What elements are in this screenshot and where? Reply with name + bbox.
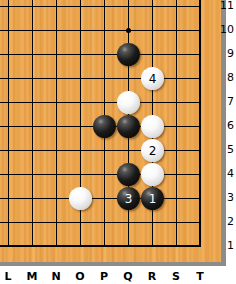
row-label-10: 10 [220, 23, 234, 37]
white-stone-r8: 4 [141, 67, 164, 90]
stone-move-number: 1 [149, 192, 157, 204]
row-label-5: 5 [227, 143, 234, 157]
column-label-O: O [71, 270, 89, 284]
stone-move-number: 2 [149, 144, 157, 156]
column-label-R: R [143, 270, 161, 284]
grid-column-line-N [56, 0, 57, 247]
column-label-M: M [23, 270, 41, 284]
grid-row-line-2 [0, 222, 201, 223]
row-label-2: 2 [227, 215, 234, 229]
row-label-4: 4 [227, 167, 234, 181]
row-label-9: 9 [227, 47, 234, 61]
black-stone-q9 [117, 43, 140, 66]
column-label-P: P [95, 270, 113, 284]
black-stone-r3: 1 [141, 187, 164, 210]
row-label-8: 8 [227, 71, 234, 85]
grid-row-line-11 [0, 6, 201, 7]
grid-column-line-S [176, 0, 177, 247]
column-label-S: S [167, 270, 185, 284]
grid-column-line-T [199, 0, 201, 247]
black-stone-q6 [117, 115, 140, 138]
grid-row-line-8 [0, 78, 201, 79]
column-label-L: L [0, 270, 17, 284]
grid-column-line-M [32, 0, 33, 247]
white-stone-r5: 2 [141, 139, 164, 162]
column-label-N: N [47, 270, 65, 284]
row-label-3: 3 [227, 191, 234, 205]
row-label-6: 6 [227, 119, 234, 133]
star-point-q10 [126, 28, 131, 33]
white-stone-o3 [69, 187, 92, 210]
row-label-7: 7 [227, 95, 234, 109]
column-label-Q: Q [119, 270, 137, 284]
row-label-1: 1 [227, 239, 234, 253]
grid-column-line-L [8, 0, 9, 247]
grid-row-line-4 [0, 174, 201, 175]
white-stone-r4 [141, 163, 164, 186]
black-stone-q4 [117, 163, 140, 186]
black-stone-p6 [93, 115, 116, 138]
white-stone-q7 [117, 91, 140, 114]
grid-row-line-7 [0, 102, 201, 103]
column-label-T: T [191, 270, 209, 284]
stone-move-number: 3 [125, 192, 133, 204]
grid-row-line-9 [0, 54, 201, 55]
stone-move-number: 4 [149, 72, 157, 84]
row-label-11: 11 [220, 0, 234, 13]
black-stone-q3: 3 [117, 187, 140, 210]
grid-row-line-10 [0, 30, 201, 31]
white-stone-r6 [141, 115, 164, 138]
go-diagram: 4231 1110987654321LMNOPQRST [0, 0, 236, 284]
grid-row-line-5 [0, 150, 201, 151]
go-board-surface[interactable]: 4231 [0, 0, 221, 262]
grid-row-line-3 [0, 198, 201, 199]
grid-row-line-1 [0, 245, 201, 247]
